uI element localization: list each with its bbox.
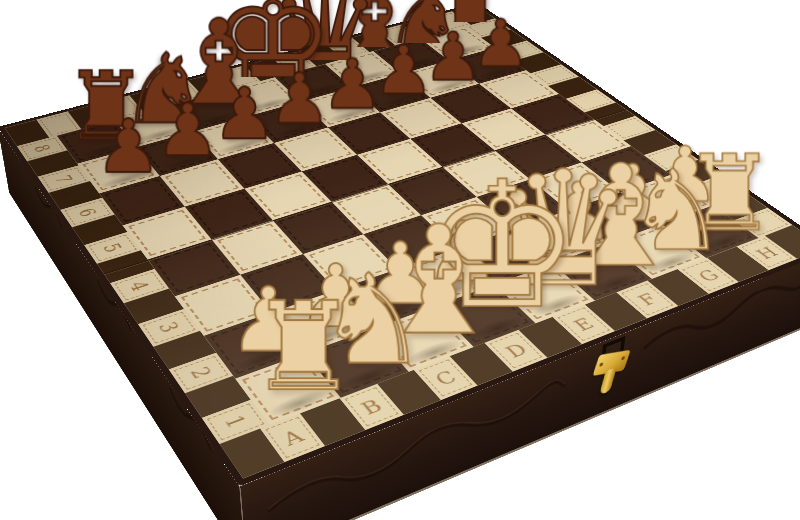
photo-stage: 87654321 ABCDEFGH ♜♞♝♚♛♝♞♜♟♟♟♟♟♟♟♟♟♟♟♟♟♟… — [0, 0, 800, 520]
latch-screw-icon — [599, 362, 604, 366]
chess-box-scene: 87654321 ABCDEFGH ♜♞♝♚♛♝♞♜♟♟♟♟♟♟♟♟♟♟♟♟♟♟… — [0, 2, 800, 486]
chess-box-top: 87654321 ABCDEFGH ♜♞♝♚♛♝♞♜♟♟♟♟♟♟♟♟♟♟♟♟♟♟… — [0, 2, 800, 486]
piece-shadow — [642, 249, 700, 276]
piece-shadow — [402, 336, 468, 369]
rank-label-cell-7-label: 7 — [50, 173, 77, 185]
board-top-face: 87654321 ABCDEFGH ♜♞♝♚♛♝♞♜♟♟♟♟♟♟♟♟♟♟♟♟♟♟… — [5, 5, 800, 478]
piece-shadow — [466, 313, 530, 344]
latch-screw-icon — [621, 356, 626, 360]
piece-shadow — [264, 386, 334, 422]
